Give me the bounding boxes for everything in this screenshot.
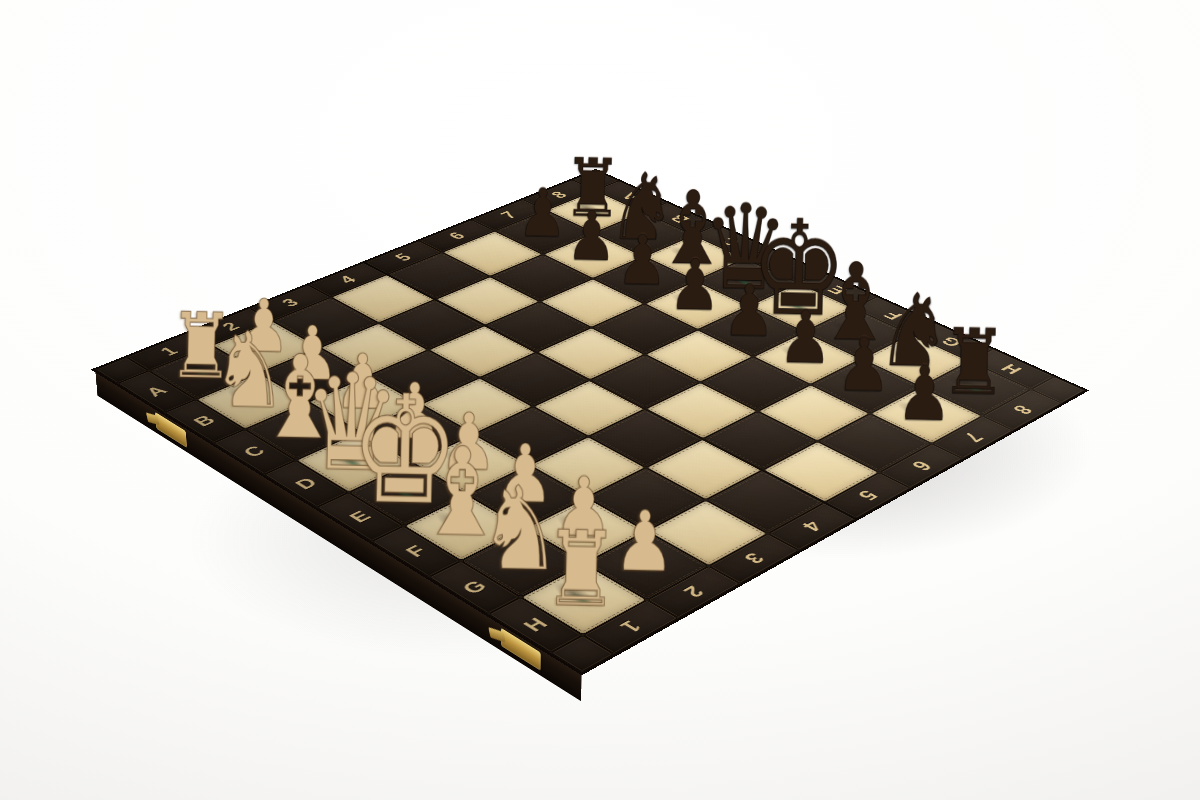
square-h7[interactable]: ♟ [870,387,982,444]
board-grid: ABCDEFGH8♜♞♝♛♚♝♞♜87♟♟♟♟♟♟♟♟7665544332♟♟♟… [95,170,1085,672]
photo-stage: ABCDEFGH8♜♞♝♛♚♝♞♜87♟♟♟♟♟♟♟♟7665544332♟♟♟… [0,0,1200,800]
chess-board: ABCDEFGH8♜♞♝♛♚♝♞♜87♟♟♟♟♟♟♟♟7665544332♟♟♟… [95,170,1085,672]
